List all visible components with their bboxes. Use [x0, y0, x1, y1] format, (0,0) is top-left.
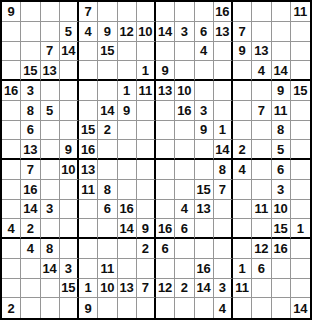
cell-r6c2[interactable]: 8: [21, 101, 40, 121]
cell-r10c14[interactable]: [252, 180, 271, 200]
cell-r1c16[interactable]: 11: [291, 2, 310, 22]
cell-r16c16[interactable]: 14: [291, 298, 310, 318]
cell-r16c5[interactable]: 9: [79, 298, 98, 318]
cell-r14c8[interactable]: [137, 259, 156, 279]
cell-r14c7[interactable]: [118, 259, 137, 279]
cell-r6c4[interactable]: [60, 101, 79, 121]
cell-r1c13[interactable]: [233, 2, 252, 22]
cell-r11c6[interactable]: 6: [98, 200, 117, 220]
cell-r10c2[interactable]: 16: [21, 180, 40, 200]
cell-r7c3[interactable]: [41, 121, 60, 141]
cell-r3c7[interactable]: [118, 42, 137, 62]
cell-r2c8[interactable]: 10: [137, 22, 156, 42]
cell-r10c7[interactable]: [118, 180, 137, 200]
cell-r7c6[interactable]: 2: [98, 121, 117, 141]
cell-r9c10[interactable]: [175, 160, 194, 180]
cell-r14c3[interactable]: 14: [41, 259, 60, 279]
cell-r12c6[interactable]: [98, 219, 117, 239]
cell-r16c13[interactable]: [233, 298, 252, 318]
cell-r12c12[interactable]: [214, 219, 233, 239]
cell-r14c13[interactable]: 1: [233, 259, 252, 279]
cell-r11c2[interactable]: 14: [21, 200, 40, 220]
cell-r7c1[interactable]: [2, 121, 21, 141]
cell-r15c4[interactable]: 15: [60, 279, 79, 299]
cell-r15c16[interactable]: [291, 279, 310, 299]
cell-r10c9[interactable]: [156, 180, 175, 200]
cell-r7c16[interactable]: [291, 121, 310, 141]
cell-r10c6[interactable]: 8: [98, 180, 117, 200]
cell-r10c10[interactable]: [175, 180, 194, 200]
cell-r2c4[interactable]: 5: [60, 22, 79, 42]
cell-r8c10[interactable]: [175, 140, 194, 160]
cell-r6c6[interactable]: 14: [98, 101, 117, 121]
cell-r9c14[interactable]: [252, 160, 271, 180]
cell-r14c10[interactable]: [175, 259, 194, 279]
cell-r8c1[interactable]: [2, 140, 21, 160]
cell-r9c13[interactable]: 4: [233, 160, 252, 180]
cell-r3c15[interactable]: [272, 42, 291, 62]
cell-r5c15[interactable]: 9: [272, 81, 291, 101]
cell-r11c13[interactable]: [233, 200, 252, 220]
cell-r9c8[interactable]: [137, 160, 156, 180]
cell-r11c11[interactable]: 13: [195, 200, 214, 220]
cell-r13c4[interactable]: [60, 239, 79, 259]
cell-r4c3[interactable]: 13: [41, 61, 60, 81]
cell-r9c1[interactable]: [2, 160, 21, 180]
cell-r12c15[interactable]: 15: [272, 219, 291, 239]
cell-r4c10[interactable]: [175, 61, 194, 81]
cell-r8c13[interactable]: 2: [233, 140, 252, 160]
cell-r1c3[interactable]: [41, 2, 60, 22]
cell-r16c3[interactable]: [41, 298, 60, 318]
cell-r9c11[interactable]: [195, 160, 214, 180]
cell-r14c11[interactable]: 16: [195, 259, 214, 279]
cell-r14c16[interactable]: [291, 259, 310, 279]
cell-r15c3[interactable]: [41, 279, 60, 299]
cell-r9c2[interactable]: 7: [21, 160, 40, 180]
cell-r16c1[interactable]: 2: [2, 298, 21, 318]
cell-r5c16[interactable]: 15: [291, 81, 310, 101]
cell-r1c8[interactable]: [137, 2, 156, 22]
cell-r12c8[interactable]: 9: [137, 219, 156, 239]
cell-r14c15[interactable]: [272, 259, 291, 279]
sudoku-grid: 9716115491210143613771415491315131941416…: [2, 2, 310, 318]
cell-r12c7[interactable]: 14: [118, 219, 137, 239]
cell-r9c7[interactable]: [118, 160, 137, 180]
cell-r12c2[interactable]: 2: [21, 219, 40, 239]
cell-r15c13[interactable]: 11: [233, 279, 252, 299]
cell-r13c13[interactable]: [233, 239, 252, 259]
cell-r11c16[interactable]: [291, 200, 310, 220]
cell-r11c3[interactable]: 3: [41, 200, 60, 220]
cell-r13c6[interactable]: [98, 239, 117, 259]
cell-r2c16[interactable]: [291, 22, 310, 42]
cell-r14c12[interactable]: [214, 259, 233, 279]
cell-r3c9[interactable]: [156, 42, 175, 62]
cell-r12c16[interactable]: 1: [291, 219, 310, 239]
cell-r4c5[interactable]: [79, 61, 98, 81]
cell-r7c7[interactable]: [118, 121, 137, 141]
cell-r1c15[interactable]: [272, 2, 291, 22]
cell-r1c10[interactable]: [175, 2, 194, 22]
cell-r12c9[interactable]: 16: [156, 219, 175, 239]
cell-r6c1[interactable]: [2, 101, 21, 121]
cell-r6c13[interactable]: [233, 101, 252, 121]
cell-r12c14[interactable]: [252, 219, 271, 239]
cell-r3c10[interactable]: [175, 42, 194, 62]
cell-r2c14[interactable]: [252, 22, 271, 42]
cell-r10c12[interactable]: 7: [214, 180, 233, 200]
cell-r3c8[interactable]: [137, 42, 156, 62]
cell-r11c12[interactable]: [214, 200, 233, 220]
cell-r12c4[interactable]: [60, 219, 79, 239]
cell-r2c5[interactable]: 4: [79, 22, 98, 42]
cell-r13c10[interactable]: [175, 239, 194, 259]
cell-r13c12[interactable]: [214, 239, 233, 259]
cell-r12c10[interactable]: 6: [175, 219, 194, 239]
cell-r7c5[interactable]: 15: [79, 121, 98, 141]
cell-r4c6[interactable]: [98, 61, 117, 81]
cell-r16c11[interactable]: [195, 298, 214, 318]
cell-r4c14[interactable]: 4: [252, 61, 271, 81]
cell-r16c9[interactable]: [156, 298, 175, 318]
cell-r10c13[interactable]: [233, 180, 252, 200]
cell-r7c13[interactable]: [233, 121, 252, 141]
cell-r15c7[interactable]: 13: [118, 279, 137, 299]
cell-r3c12[interactable]: [214, 42, 233, 62]
cell-r16c12[interactable]: 4: [214, 298, 233, 318]
cell-r4c12[interactable]: [214, 61, 233, 81]
cell-r10c1[interactable]: [2, 180, 21, 200]
cell-r14c5[interactable]: [79, 259, 98, 279]
cell-r7c2[interactable]: 6: [21, 121, 40, 141]
cell-r6c12[interactable]: [214, 101, 233, 121]
cell-r8c7[interactable]: [118, 140, 137, 160]
cell-r9c16[interactable]: [291, 160, 310, 180]
cell-r2c10[interactable]: 3: [175, 22, 194, 42]
cell-r7c11[interactable]: 9: [195, 121, 214, 141]
cell-r5c7[interactable]: 1: [118, 81, 137, 101]
cell-r4c4[interactable]: [60, 61, 79, 81]
cell-r7c10[interactable]: [175, 121, 194, 141]
cell-r10c11[interactable]: 15: [195, 180, 214, 200]
cell-r8c5[interactable]: 16: [79, 140, 98, 160]
cell-r6c16[interactable]: [291, 101, 310, 121]
cell-r15c5[interactable]: 1: [79, 279, 98, 299]
cell-r15c15[interactable]: [272, 279, 291, 299]
cell-r10c15[interactable]: 3: [272, 180, 291, 200]
cell-r6c11[interactable]: 3: [195, 101, 214, 121]
cell-r7c9[interactable]: [156, 121, 175, 141]
cell-r13c8[interactable]: 2: [137, 239, 156, 259]
cell-r16c15[interactable]: [272, 298, 291, 318]
cell-r15c12[interactable]: 3: [214, 279, 233, 299]
cell-r11c10[interactable]: 4: [175, 200, 194, 220]
cell-r6c5[interactable]: [79, 101, 98, 121]
cell-r8c14[interactable]: [252, 140, 271, 160]
cell-r15c8[interactable]: 7: [137, 279, 156, 299]
cell-r6c8[interactable]: [137, 101, 156, 121]
cell-r15c14[interactable]: [252, 279, 271, 299]
cell-r2c12[interactable]: 13: [214, 22, 233, 42]
cell-r3c2[interactable]: [21, 42, 40, 62]
cell-r3c16[interactable]: [291, 42, 310, 62]
cell-r11c14[interactable]: 11: [252, 200, 271, 220]
cell-r12c13[interactable]: [233, 219, 252, 239]
cell-r14c1[interactable]: [2, 259, 21, 279]
cell-r13c2[interactable]: 4: [21, 239, 40, 259]
cell-r13c7[interactable]: [118, 239, 137, 259]
cell-r16c6[interactable]: [98, 298, 117, 318]
cell-r10c5[interactable]: 11: [79, 180, 98, 200]
cell-r15c9[interactable]: 12: [156, 279, 175, 299]
cell-r1c2[interactable]: [21, 2, 40, 22]
cell-r9c15[interactable]: 6: [272, 160, 291, 180]
cell-r8c9[interactable]: [156, 140, 175, 160]
cell-r11c8[interactable]: [137, 200, 156, 220]
cell-r5c14[interactable]: [252, 81, 271, 101]
cell-r1c12[interactable]: 16: [214, 2, 233, 22]
cell-r13c3[interactable]: 8: [41, 239, 60, 259]
cell-r6c9[interactable]: [156, 101, 175, 121]
cell-r2c1[interactable]: [2, 22, 21, 42]
cell-r5c10[interactable]: 10: [175, 81, 194, 101]
cell-r8c8[interactable]: [137, 140, 156, 160]
cell-r13c14[interactable]: 12: [252, 239, 271, 259]
cell-r8c2[interactable]: 13: [21, 140, 40, 160]
cell-r13c5[interactable]: [79, 239, 98, 259]
cell-r1c14[interactable]: [252, 2, 271, 22]
cell-r5c12[interactable]: [214, 81, 233, 101]
cell-r11c5[interactable]: [79, 200, 98, 220]
cell-r3c6[interactable]: 15: [98, 42, 117, 62]
cell-r1c5[interactable]: 7: [79, 2, 98, 22]
cell-r16c14[interactable]: [252, 298, 271, 318]
cell-r14c4[interactable]: 3: [60, 259, 79, 279]
cell-r5c13[interactable]: [233, 81, 252, 101]
cell-r8c15[interactable]: 5: [272, 140, 291, 160]
cell-r4c2[interactable]: 15: [21, 61, 40, 81]
cell-r1c9[interactable]: [156, 2, 175, 22]
cell-r12c5[interactable]: [79, 219, 98, 239]
cell-r5c9[interactable]: 13: [156, 81, 175, 101]
cell-r16c4[interactable]: [60, 298, 79, 318]
sudoku-board: 9716115491210143613771415491315131941416…: [0, 0, 312, 320]
cell-r13c9[interactable]: 6: [156, 239, 175, 259]
cell-r5c6[interactable]: [98, 81, 117, 101]
cell-r11c4[interactable]: [60, 200, 79, 220]
cell-r6c7[interactable]: 9: [118, 101, 137, 121]
cell-r13c1[interactable]: [2, 239, 21, 259]
cell-r15c2[interactable]: [21, 279, 40, 299]
cell-r9c9[interactable]: [156, 160, 175, 180]
cell-r16c2[interactable]: [21, 298, 40, 318]
cell-r2c11[interactable]: 6: [195, 22, 214, 42]
cell-r1c6[interactable]: [98, 2, 117, 22]
cell-r7c12[interactable]: 1: [214, 121, 233, 141]
cell-r4c9[interactable]: 9: [156, 61, 175, 81]
cell-r6c3[interactable]: 5: [41, 101, 60, 121]
cell-r6c14[interactable]: 7: [252, 101, 271, 121]
cell-r5c4[interactable]: [60, 81, 79, 101]
cell-r2c6[interactable]: 9: [98, 22, 117, 42]
cell-r4c15[interactable]: 14: [272, 61, 291, 81]
cell-r14c6[interactable]: 11: [98, 259, 117, 279]
cell-r3c11[interactable]: 4: [195, 42, 214, 62]
cell-r15c6[interactable]: 10: [98, 279, 117, 299]
cell-r8c12[interactable]: 14: [214, 140, 233, 160]
cell-r16c8[interactable]: [137, 298, 156, 318]
cell-r3c1[interactable]: [2, 42, 21, 62]
cell-r10c8[interactable]: [137, 180, 156, 200]
cell-r4c8[interactable]: 1: [137, 61, 156, 81]
cell-r2c2[interactable]: [21, 22, 40, 42]
cell-r11c15[interactable]: 10: [272, 200, 291, 220]
cell-r5c3[interactable]: [41, 81, 60, 101]
cell-r4c16[interactable]: [291, 61, 310, 81]
cell-r7c4[interactable]: [60, 121, 79, 141]
cell-r1c7[interactable]: [118, 2, 137, 22]
cell-r4c11[interactable]: [195, 61, 214, 81]
cell-r11c7[interactable]: 16: [118, 200, 137, 220]
cell-r5c2[interactable]: 3: [21, 81, 40, 101]
cell-r3c4[interactable]: 14: [60, 42, 79, 62]
cell-r2c13[interactable]: 7: [233, 22, 252, 42]
cell-r10c16[interactable]: [291, 180, 310, 200]
cell-r9c12[interactable]: 8: [214, 160, 233, 180]
cell-r5c1[interactable]: 16: [2, 81, 21, 101]
cell-r5c11[interactable]: [195, 81, 214, 101]
cell-r8c6[interactable]: [98, 140, 117, 160]
cell-r2c7[interactable]: 12: [118, 22, 137, 42]
cell-r7c8[interactable]: [137, 121, 156, 141]
cell-r3c5[interactable]: [79, 42, 98, 62]
cell-r7c15[interactable]: 8: [272, 121, 291, 141]
cell-r4c1[interactable]: [2, 61, 21, 81]
cell-r9c3[interactable]: [41, 160, 60, 180]
cell-r6c15[interactable]: 11: [272, 101, 291, 121]
cell-r14c9[interactable]: [156, 259, 175, 279]
cell-r1c4[interactable]: [60, 2, 79, 22]
cell-r4c13[interactable]: [233, 61, 252, 81]
cell-r11c1[interactable]: [2, 200, 21, 220]
cell-r5c8[interactable]: 11: [137, 81, 156, 101]
cell-r16c10[interactable]: [175, 298, 194, 318]
cell-r2c9[interactable]: 14: [156, 22, 175, 42]
cell-r6c10[interactable]: 16: [175, 101, 194, 121]
cell-r8c16[interactable]: [291, 140, 310, 160]
cell-r11c9[interactable]: [156, 200, 175, 220]
cell-r13c16[interactable]: [291, 239, 310, 259]
cell-r12c11[interactable]: [195, 219, 214, 239]
cell-r15c10[interactable]: 2: [175, 279, 194, 299]
cell-r3c3[interactable]: 7: [41, 42, 60, 62]
cell-r1c11[interactable]: [195, 2, 214, 22]
cell-r12c3[interactable]: [41, 219, 60, 239]
cell-r14c2[interactable]: [21, 259, 40, 279]
cell-r8c3[interactable]: [41, 140, 60, 160]
cell-r1c1[interactable]: 9: [2, 2, 21, 22]
cell-r4c7[interactable]: [118, 61, 137, 81]
cell-r13c11[interactable]: [195, 239, 214, 259]
cell-r14c14[interactable]: 6: [252, 259, 271, 279]
cell-r2c15[interactable]: [272, 22, 291, 42]
cell-r8c11[interactable]: [195, 140, 214, 160]
cell-r13c15[interactable]: 16: [272, 239, 291, 259]
cell-r9c5[interactable]: 13: [79, 160, 98, 180]
cell-r10c3[interactable]: [41, 180, 60, 200]
cell-r16c7[interactable]: [118, 298, 137, 318]
cell-r9c4[interactable]: 10: [60, 160, 79, 180]
cell-r2c3[interactable]: [41, 22, 60, 42]
cell-r3c13[interactable]: 9: [233, 42, 252, 62]
cell-r15c1[interactable]: [2, 279, 21, 299]
cell-r10c4[interactable]: [60, 180, 79, 200]
cell-r9c6[interactable]: [98, 160, 117, 180]
cell-r5c5[interactable]: [79, 81, 98, 101]
cell-r8c4[interactable]: 9: [60, 140, 79, 160]
cell-r3c14[interactable]: 13: [252, 42, 271, 62]
cell-r7c14[interactable]: [252, 121, 271, 141]
cell-r15c11[interactable]: 14: [195, 279, 214, 299]
cell-r12c1[interactable]: 4: [2, 219, 21, 239]
